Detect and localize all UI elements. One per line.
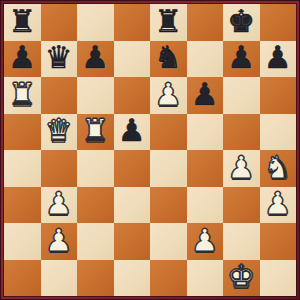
white-king[interactable]: ♚ xyxy=(227,261,255,292)
square-h2[interactable] xyxy=(260,223,297,260)
white-queen[interactable]: ♛ xyxy=(45,115,73,146)
black-pawn[interactable]: ♟ xyxy=(227,42,255,73)
square-d1[interactable] xyxy=(114,260,151,297)
white-knight[interactable]: ♞ xyxy=(264,152,292,183)
square-c2[interactable] xyxy=(77,223,114,260)
white-rook[interactable]: ♜ xyxy=(81,115,109,146)
square-b5[interactable]: ♛ xyxy=(41,114,78,151)
white-pawn[interactable]: ♟ xyxy=(154,79,182,110)
black-pawn[interactable]: ♟ xyxy=(118,115,146,146)
square-c7[interactable]: ♟ xyxy=(77,41,114,78)
black-rook[interactable]: ♜ xyxy=(154,6,182,37)
square-e8[interactable]: ♜ xyxy=(150,4,187,41)
square-f6[interactable]: ♟ xyxy=(187,77,224,114)
square-e3[interactable] xyxy=(150,187,187,224)
square-h1[interactable] xyxy=(260,260,297,297)
square-d6[interactable] xyxy=(114,77,151,114)
square-a1[interactable] xyxy=(4,260,41,297)
square-f3[interactable] xyxy=(187,187,224,224)
square-a2[interactable] xyxy=(4,223,41,260)
square-b6[interactable] xyxy=(41,77,78,114)
black-rook[interactable]: ♜ xyxy=(8,6,36,37)
chess-board: ♜♜♚♟♛♟♞♟♟♜♟♟♛♜♟♟♞♟♟♟♟♚ xyxy=(4,4,296,296)
square-h3[interactable]: ♟ xyxy=(260,187,297,224)
square-e4[interactable] xyxy=(150,150,187,187)
square-g6[interactable] xyxy=(223,77,260,114)
white-pawn[interactable]: ♟ xyxy=(45,188,73,219)
square-b8[interactable] xyxy=(41,4,78,41)
square-h7[interactable]: ♟ xyxy=(260,41,297,78)
square-c3[interactable] xyxy=(77,187,114,224)
square-d8[interactable] xyxy=(114,4,151,41)
square-c4[interactable] xyxy=(77,150,114,187)
square-a6[interactable]: ♜ xyxy=(4,77,41,114)
square-b4[interactable] xyxy=(41,150,78,187)
square-d2[interactable] xyxy=(114,223,151,260)
square-h4[interactable]: ♞ xyxy=(260,150,297,187)
square-g4[interactable]: ♟ xyxy=(223,150,260,187)
white-pawn[interactable]: ♟ xyxy=(227,152,255,183)
chess-board-frame: ♜♜♚♟♛♟♞♟♟♜♟♟♛♜♟♟♞♟♟♟♟♚ xyxy=(0,0,300,300)
black-pawn[interactable]: ♟ xyxy=(191,79,219,110)
square-d7[interactable] xyxy=(114,41,151,78)
square-f1[interactable] xyxy=(187,260,224,297)
square-e7[interactable]: ♞ xyxy=(150,41,187,78)
square-a7[interactable]: ♟ xyxy=(4,41,41,78)
square-c8[interactable] xyxy=(77,4,114,41)
square-f5[interactable] xyxy=(187,114,224,151)
square-g2[interactable] xyxy=(223,223,260,260)
white-rook[interactable]: ♜ xyxy=(8,79,36,110)
black-pawn[interactable]: ♟ xyxy=(264,42,292,73)
square-a4[interactable] xyxy=(4,150,41,187)
square-f7[interactable] xyxy=(187,41,224,78)
square-c5[interactable]: ♜ xyxy=(77,114,114,151)
white-pawn[interactable]: ♟ xyxy=(191,225,219,256)
square-h6[interactable] xyxy=(260,77,297,114)
square-g3[interactable] xyxy=(223,187,260,224)
square-e6[interactable]: ♟ xyxy=(150,77,187,114)
square-f8[interactable] xyxy=(187,4,224,41)
square-d4[interactable] xyxy=(114,150,151,187)
square-b3[interactable]: ♟ xyxy=(41,187,78,224)
square-a5[interactable] xyxy=(4,114,41,151)
square-a8[interactable]: ♜ xyxy=(4,4,41,41)
square-g7[interactable]: ♟ xyxy=(223,41,260,78)
square-e5[interactable] xyxy=(150,114,187,151)
black-pawn[interactable]: ♟ xyxy=(8,42,36,73)
square-c1[interactable] xyxy=(77,260,114,297)
square-g1[interactable]: ♚ xyxy=(223,260,260,297)
square-b2[interactable]: ♟ xyxy=(41,223,78,260)
white-pawn[interactable]: ♟ xyxy=(264,188,292,219)
square-d5[interactable]: ♟ xyxy=(114,114,151,151)
square-b1[interactable] xyxy=(41,260,78,297)
square-h5[interactable] xyxy=(260,114,297,151)
black-pawn[interactable]: ♟ xyxy=(81,42,109,73)
square-b7[interactable]: ♛ xyxy=(41,41,78,78)
black-knight[interactable]: ♞ xyxy=(154,42,182,73)
square-a3[interactable] xyxy=(4,187,41,224)
square-e1[interactable] xyxy=(150,260,187,297)
square-g8[interactable]: ♚ xyxy=(223,4,260,41)
square-c6[interactable] xyxy=(77,77,114,114)
square-f2[interactable]: ♟ xyxy=(187,223,224,260)
square-g5[interactable] xyxy=(223,114,260,151)
square-f4[interactable] xyxy=(187,150,224,187)
black-king[interactable]: ♚ xyxy=(227,6,255,37)
white-pawn[interactable]: ♟ xyxy=(45,225,73,256)
square-d3[interactable] xyxy=(114,187,151,224)
square-h8[interactable] xyxy=(260,4,297,41)
black-queen[interactable]: ♛ xyxy=(45,42,73,73)
square-e2[interactable] xyxy=(150,223,187,260)
